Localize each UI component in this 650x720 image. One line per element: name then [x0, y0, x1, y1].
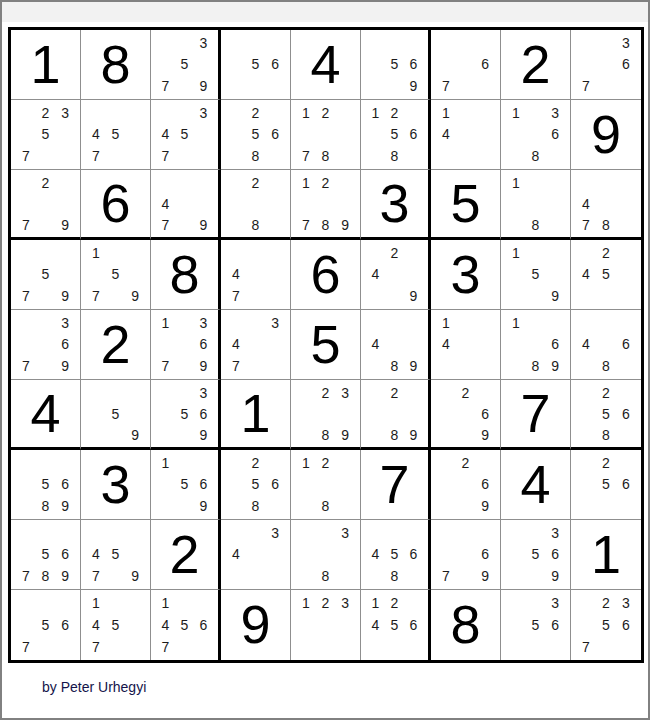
cell-r7c7[interactable]: 269 — [431, 450, 501, 520]
candidate-digit: 7 — [576, 636, 596, 658]
empty-slot — [194, 124, 213, 146]
empty-slot — [226, 452, 246, 474]
cell-r2c3[interactable]: 3457 — [151, 100, 221, 170]
cell-r3c4[interactable]: 28 — [221, 170, 291, 240]
empty-slot — [296, 522, 316, 544]
candidate-digit: 4 — [436, 334, 456, 356]
big-digit: 5 — [310, 317, 340, 371]
empty-slot — [16, 452, 36, 474]
empty-slot — [16, 172, 36, 193]
empty-slot — [335, 124, 355, 146]
empty-slot — [246, 193, 266, 214]
cell-r2c8[interactable]: 1368 — [501, 100, 571, 170]
empty-slot — [36, 145, 56, 167]
empty-slot — [226, 193, 246, 214]
empty-slot — [16, 592, 36, 614]
candidate-digit: 4 — [86, 544, 106, 566]
candidate-digit: 5 — [596, 264, 616, 286]
candidate-digit: 4 — [156, 614, 175, 636]
candidate-digit: 4 — [366, 334, 385, 356]
candidate-digit: 8 — [316, 214, 336, 235]
candidate-digit: 4 — [366, 544, 385, 566]
cell-r8c1[interactable]: 56789 — [11, 520, 81, 590]
candidate-digit: 4 — [576, 334, 596, 356]
candidates-grid: 2357 — [11, 100, 80, 169]
cell-r2c9[interactable]: 9 — [571, 100, 641, 170]
candidate-digit: 6 — [55, 334, 75, 356]
empty-slot — [436, 452, 456, 474]
candidates-grid: 3569 — [501, 520, 570, 589]
candidate-digit: 8 — [526, 355, 546, 377]
empty-slot — [265, 452, 285, 474]
cell-r1c5[interactable]: 4 — [291, 30, 361, 100]
empty-slot — [55, 145, 75, 167]
cell-r6c2[interactable]: 59 — [81, 380, 151, 450]
candidate-digit: 3 — [55, 102, 75, 124]
candidate-digit: 5 — [175, 474, 194, 496]
cell-r6c4[interactable]: 1 — [221, 380, 291, 450]
candidates-grid: 367 — [571, 30, 641, 99]
empty-slot — [226, 102, 246, 124]
candidate-digit: 3 — [265, 312, 285, 334]
cell-r1c4[interactable]: 56 — [221, 30, 291, 100]
cell-r2c2[interactable]: 457 — [81, 100, 151, 170]
empty-slot — [456, 145, 476, 167]
cell-r3c1[interactable]: 279 — [11, 170, 81, 240]
cell-r6c5[interactable]: 2389 — [291, 380, 361, 450]
cell-r9c4[interactable]: 9 — [221, 590, 291, 660]
empty-slot — [265, 334, 285, 356]
empty-slot — [316, 614, 336, 636]
cell-r5c7[interactable]: 14 — [431, 310, 501, 380]
empty-slot — [125, 636, 145, 658]
candidates-grid: 4568 — [361, 520, 428, 589]
empty-slot — [36, 214, 56, 235]
big-digit: 1 — [30, 37, 60, 91]
empty-slot — [316, 403, 336, 424]
candidates-grid: 12789 — [291, 170, 360, 237]
candidate-digit: 9 — [55, 355, 75, 377]
candidate-digit: 5 — [526, 544, 546, 566]
candidate-digit: 8 — [385, 145, 404, 167]
candidate-digit: 2 — [385, 102, 404, 124]
empty-slot — [506, 544, 526, 566]
cell-r5c5[interactable]: 5 — [291, 310, 361, 380]
cell-r1c3[interactable]: 3579 — [151, 30, 221, 100]
candidates-grid: 38 — [291, 520, 360, 589]
candidate-digit: 2 — [316, 592, 336, 614]
candidate-digit: 1 — [86, 242, 106, 264]
empty-slot — [576, 592, 596, 614]
candidate-digit: 8 — [385, 565, 404, 587]
candidate-digit: 5 — [36, 264, 56, 286]
empty-slot — [125, 403, 145, 424]
empty-slot — [366, 124, 385, 146]
big-digit: 4 — [520, 457, 550, 511]
empty-slot — [296, 565, 316, 587]
candidate-digit: 2 — [385, 382, 404, 403]
empty-slot — [404, 565, 423, 587]
empty-slot — [226, 565, 246, 587]
empty-slot — [506, 592, 526, 614]
empty-slot — [506, 334, 526, 356]
empty-slot — [296, 403, 316, 424]
candidates-grid: 269 — [431, 380, 500, 447]
empty-slot — [296, 124, 316, 146]
cell-r4c6[interactable]: 249 — [361, 240, 431, 310]
empty-slot — [194, 636, 213, 658]
empty-slot — [16, 495, 36, 517]
cell-r1c1[interactable]: 1 — [11, 30, 81, 100]
empty-slot — [265, 102, 285, 124]
empty-slot — [436, 544, 456, 566]
cell-r5c2[interactable]: 2 — [81, 310, 151, 380]
candidate-digit: 2 — [596, 452, 616, 474]
candidate-digit: 7 — [296, 214, 316, 235]
cell-r6c9[interactable]: 2568 — [571, 380, 641, 450]
candidates-grid: 249 — [361, 240, 428, 309]
big-digit: 1 — [591, 527, 621, 581]
candidate-digit: 2 — [246, 172, 266, 193]
cell-r9c7[interactable]: 8 — [431, 590, 501, 660]
cell-r3c8[interactable]: 18 — [501, 170, 571, 240]
cell-r4c1[interactable]: 579 — [11, 240, 81, 310]
big-digit: 3 — [100, 457, 130, 511]
cell-r9c5[interactable]: 123 — [291, 590, 361, 660]
empty-slot — [106, 382, 126, 403]
empty-slot — [156, 172, 175, 193]
cell-r9c9[interactable]: 23567 — [571, 590, 641, 660]
empty-slot — [246, 312, 266, 334]
candidate-digit: 5 — [175, 124, 194, 146]
empty-slot — [436, 32, 456, 54]
empty-slot — [125, 242, 145, 264]
cell-r6c7[interactable]: 269 — [431, 380, 501, 450]
cell-r7c8[interactable]: 4 — [501, 450, 571, 520]
cell-r7c3[interactable]: 1569 — [151, 450, 221, 520]
empty-slot — [545, 242, 565, 264]
candidate-digit: 6 — [194, 614, 213, 636]
empty-slot — [246, 544, 266, 566]
cell-r7c4[interactable]: 2568 — [221, 450, 291, 520]
candidate-digit: 7 — [156, 75, 175, 97]
candidate-digit: 7 — [86, 285, 106, 307]
candidates-grid: 569 — [361, 30, 428, 99]
cell-r2c6[interactable]: 12568 — [361, 100, 431, 170]
empty-slot — [526, 522, 546, 544]
empty-slot — [16, 334, 36, 356]
empty-slot — [106, 522, 126, 544]
candidate-digit: 6 — [404, 544, 423, 566]
candidates-grid: 67 — [431, 30, 500, 99]
empty-slot — [436, 474, 456, 496]
candidates-grid: 245 — [571, 240, 641, 309]
empty-slot — [106, 285, 126, 307]
empty-slot — [526, 592, 546, 614]
cell-r1c2[interactable]: 8 — [81, 30, 151, 100]
empty-slot — [616, 264, 636, 286]
empty-slot — [616, 75, 636, 97]
cell-r4c2[interactable]: 1579 — [81, 240, 151, 310]
empty-slot — [36, 242, 56, 264]
empty-slot — [175, 145, 194, 167]
candidate-digit: 9 — [194, 495, 213, 517]
cell-r1c7[interactable]: 67 — [431, 30, 501, 100]
empty-slot — [526, 242, 546, 264]
candidate-digit: 2 — [456, 452, 476, 474]
empty-slot — [86, 403, 106, 424]
cell-r8c7[interactable]: 679 — [431, 520, 501, 590]
empty-slot — [55, 452, 75, 474]
candidates-grid: 3679 — [11, 310, 80, 379]
candidate-digit: 4 — [576, 193, 596, 214]
cell-r7c1[interactable]: 5689 — [11, 450, 81, 520]
empty-slot — [456, 334, 476, 356]
cell-r3c6[interactable]: 3 — [361, 170, 431, 240]
candidate-digit: 3 — [335, 592, 355, 614]
cell-r5c9[interactable]: 468 — [571, 310, 641, 380]
candidate-digit: 9 — [545, 285, 565, 307]
cell-r8c2[interactable]: 4579 — [81, 520, 151, 590]
cell-r4c5[interactable]: 6 — [291, 240, 361, 310]
cell-r6c6[interactable]: 289 — [361, 380, 431, 450]
candidate-digit: 9 — [55, 495, 75, 517]
candidate-digit: 7 — [576, 214, 596, 235]
candidate-digit: 9 — [55, 565, 75, 587]
cell-r9c1[interactable]: 567 — [11, 590, 81, 660]
empty-slot — [226, 312, 246, 334]
cell-r8c5[interactable]: 38 — [291, 520, 361, 590]
cell-r4c4[interactable]: 47 — [221, 240, 291, 310]
empty-slot — [156, 424, 175, 445]
cell-r5c8[interactable]: 1689 — [501, 310, 571, 380]
candidate-digit: 4 — [366, 614, 385, 636]
cell-r8c3[interactable]: 2 — [151, 520, 221, 590]
cell-r8c8[interactable]: 3569 — [501, 520, 571, 590]
cell-r6c3[interactable]: 3569 — [151, 380, 221, 450]
empty-slot — [545, 264, 565, 286]
candidate-digit: 6 — [194, 334, 213, 356]
big-digit: 2 — [169, 527, 199, 581]
cell-r1c9[interactable]: 367 — [571, 30, 641, 100]
cell-r2c7[interactable]: 14 — [431, 100, 501, 170]
cell-r5c6[interactable]: 489 — [361, 310, 431, 380]
empty-slot — [226, 172, 246, 193]
empty-slot — [506, 264, 526, 286]
empty-slot — [404, 264, 423, 286]
cell-r7c6[interactable]: 7 — [361, 450, 431, 520]
big-digit: 2 — [520, 37, 550, 91]
empty-slot — [366, 424, 385, 445]
empty-slot — [596, 636, 616, 658]
empty-slot — [576, 452, 596, 474]
cell-r5c3[interactable]: 13679 — [151, 310, 221, 380]
candidate-digit: 8 — [526, 214, 546, 235]
empty-slot — [456, 54, 476, 76]
candidate-digit: 7 — [16, 355, 36, 377]
candidates-grid: 2568 — [221, 450, 290, 519]
candidate-digit: 6 — [475, 54, 495, 76]
empty-slot — [175, 424, 194, 445]
empty-slot — [246, 285, 266, 307]
empty-slot — [296, 424, 316, 445]
candidates-grid: 579 — [11, 240, 80, 309]
empty-slot — [456, 403, 476, 424]
big-digit: 7 — [520, 386, 550, 440]
cell-r6c8[interactable]: 7 — [501, 380, 571, 450]
candidate-digit: 5 — [106, 264, 126, 286]
empty-slot — [246, 565, 266, 587]
empty-slot — [616, 424, 636, 445]
candidate-digit: 6 — [475, 403, 495, 424]
cell-r5c4[interactable]: 347 — [221, 310, 291, 380]
cell-r3c7[interactable]: 5 — [431, 170, 501, 240]
empty-slot — [404, 32, 423, 54]
empty-slot — [36, 312, 56, 334]
empty-slot — [475, 32, 495, 54]
candidate-digit: 7 — [156, 214, 175, 235]
candidates-grid: 468 — [571, 310, 641, 379]
empty-slot — [36, 452, 56, 474]
empty-slot — [125, 544, 145, 566]
empty-slot — [475, 312, 495, 334]
cell-r3c3[interactable]: 479 — [151, 170, 221, 240]
empty-slot — [316, 636, 336, 658]
cell-r4c9[interactable]: 245 — [571, 240, 641, 310]
cell-r1c6[interactable]: 569 — [361, 30, 431, 100]
empty-slot — [335, 172, 355, 193]
candidate-digit: 8 — [316, 424, 336, 445]
cell-r8c9[interactable]: 1 — [571, 520, 641, 590]
empty-slot — [456, 474, 476, 496]
empty-slot — [385, 636, 404, 658]
candidates-grid: 1457 — [81, 590, 150, 660]
empty-slot — [456, 124, 476, 146]
candidate-digit: 8 — [596, 214, 616, 235]
cell-r6c1[interactable]: 4 — [11, 380, 81, 450]
cell-r4c7[interactable]: 3 — [431, 240, 501, 310]
candidate-digit: 5 — [36, 614, 56, 636]
candidate-digit: 5 — [36, 124, 56, 146]
cell-r5c1[interactable]: 3679 — [11, 310, 81, 380]
empty-slot — [36, 285, 56, 307]
empty-slot — [616, 355, 636, 377]
empty-slot — [475, 382, 495, 403]
empty-slot — [596, 54, 616, 76]
candidate-digit: 8 — [596, 355, 616, 377]
candidate-digit: 2 — [596, 242, 616, 264]
empty-slot — [576, 242, 596, 264]
empty-slot — [106, 592, 126, 614]
candidate-digit: 6 — [616, 614, 636, 636]
cell-r9c6[interactable]: 12456 — [361, 590, 431, 660]
candidate-digit: 8 — [316, 565, 336, 587]
candidate-digit: 9 — [125, 424, 145, 445]
cell-r9c8[interactable]: 356 — [501, 590, 571, 660]
empty-slot — [226, 145, 246, 167]
empty-slot — [526, 193, 546, 214]
empty-slot — [335, 565, 355, 587]
candidate-digit: 6 — [404, 54, 423, 76]
candidate-digit: 2 — [385, 592, 404, 614]
cell-r3c9[interactable]: 478 — [571, 170, 641, 240]
cell-r3c5[interactable]: 12789 — [291, 170, 361, 240]
big-digit: 6 — [310, 247, 340, 301]
empty-slot — [576, 403, 596, 424]
empty-slot — [404, 592, 423, 614]
empty-slot — [506, 614, 526, 636]
cell-r7c9[interactable]: 256 — [571, 450, 641, 520]
candidate-digit: 1 — [296, 452, 316, 474]
candidate-digit: 6 — [55, 544, 75, 566]
sudoku-page: 1835795645696723672357457345725681278125… — [0, 0, 650, 720]
empty-slot — [296, 193, 316, 214]
empty-slot — [576, 312, 596, 334]
empty-slot — [475, 452, 495, 474]
cell-r1c8[interactable]: 2 — [501, 30, 571, 100]
cell-r4c8[interactable]: 159 — [501, 240, 571, 310]
empty-slot — [385, 264, 404, 286]
empty-slot — [506, 193, 526, 214]
candidate-digit: 5 — [385, 544, 404, 566]
empty-slot — [106, 145, 126, 167]
empty-slot — [456, 312, 476, 334]
empty-slot — [296, 495, 316, 517]
cell-r2c1[interactable]: 2357 — [11, 100, 81, 170]
empty-slot — [404, 312, 423, 334]
empty-slot — [265, 145, 285, 167]
big-digit: 3 — [379, 176, 409, 230]
candidate-digit: 6 — [616, 54, 636, 76]
candidate-digit: 7 — [16, 145, 36, 167]
empty-slot — [335, 452, 355, 474]
cell-r4c3[interactable]: 8 — [151, 240, 221, 310]
empty-slot — [475, 124, 495, 146]
empty-slot — [616, 214, 636, 235]
cell-r3c2[interactable]: 6 — [81, 170, 151, 240]
empty-slot — [265, 214, 285, 235]
cell-r7c2[interactable]: 3 — [81, 450, 151, 520]
empty-slot — [265, 32, 285, 54]
cell-r8c6[interactable]: 4568 — [361, 520, 431, 590]
empty-slot — [366, 382, 385, 403]
candidates-grid: 34 — [221, 520, 290, 589]
empty-slot — [616, 312, 636, 334]
candidates-grid: 3569 — [151, 380, 218, 447]
candidates-grid: 256 — [571, 450, 641, 519]
candidate-digit: 8 — [385, 424, 404, 445]
candidate-digit: 7 — [436, 75, 456, 97]
empty-slot — [86, 424, 106, 445]
cell-r2c5[interactable]: 1278 — [291, 100, 361, 170]
candidate-digit: 5 — [175, 54, 194, 76]
candidates-grid: 478 — [571, 170, 641, 237]
empty-slot — [526, 102, 546, 124]
candidate-digit: 1 — [366, 592, 385, 614]
candidate-digit: 2 — [246, 102, 266, 124]
cell-r7c5[interactable]: 128 — [291, 450, 361, 520]
candidate-digit: 5 — [385, 54, 404, 76]
candidates-grid: 14567 — [151, 590, 218, 660]
empty-slot — [456, 544, 476, 566]
cell-r9c3[interactable]: 14567 — [151, 590, 221, 660]
cell-r2c4[interactable]: 2568 — [221, 100, 291, 170]
candidate-digit: 9 — [404, 355, 423, 377]
cell-r8c4[interactable]: 34 — [221, 520, 291, 590]
empty-slot — [265, 544, 285, 566]
candidates-grid: 679 — [431, 520, 500, 589]
cell-r9c2[interactable]: 1457 — [81, 590, 151, 660]
